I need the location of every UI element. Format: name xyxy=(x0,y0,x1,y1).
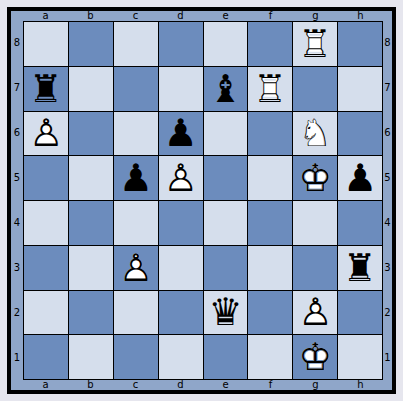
white-rook-piece: ♜♖ xyxy=(293,22,337,66)
square-e3[interactable] xyxy=(204,246,248,290)
file-label-b: b xyxy=(68,380,113,390)
square-g1[interactable]: ♚♔ xyxy=(293,335,337,379)
square-a1[interactable] xyxy=(24,335,68,379)
square-f1[interactable] xyxy=(248,335,292,379)
square-a5[interactable] xyxy=(24,156,68,200)
square-b1[interactable] xyxy=(69,335,113,379)
square-a6[interactable]: ♟♙ xyxy=(24,112,68,156)
black-bishop-piece: ♝ xyxy=(204,67,248,111)
square-a8[interactable] xyxy=(24,22,68,66)
square-c7[interactable] xyxy=(114,67,158,111)
rank-label-1: 1 xyxy=(11,335,23,380)
white-rook-piece: ♜♖ xyxy=(248,67,292,111)
square-f5[interactable] xyxy=(248,156,292,200)
square-g5[interactable]: ♚♔ xyxy=(293,156,337,200)
square-d5[interactable]: ♟♙ xyxy=(159,156,203,200)
white-pawn-piece: ♟♙ xyxy=(114,246,158,290)
square-f7[interactable]: ♜♖ xyxy=(248,67,292,111)
white-knight-piece: ♞♘ xyxy=(293,112,337,156)
square-e2[interactable]: ♛ xyxy=(204,291,248,335)
rank-labels-right: 87654321 xyxy=(383,21,392,380)
square-e5[interactable] xyxy=(204,156,248,200)
square-a7[interactable]: ♜ xyxy=(24,67,68,111)
square-e8[interactable] xyxy=(204,22,248,66)
square-c3[interactable]: ♟♙ xyxy=(114,246,158,290)
square-c5[interactable]: ♟ xyxy=(114,156,158,200)
black-queen-piece: ♛ xyxy=(204,291,248,335)
square-e4[interactable] xyxy=(204,201,248,245)
square-h4[interactable] xyxy=(338,201,382,245)
rank-label-7: 7 xyxy=(383,66,392,111)
file-label-c: c xyxy=(113,11,158,21)
square-a4[interactable] xyxy=(24,201,68,245)
black-rook-piece: ♜ xyxy=(338,246,382,290)
file-label-a: a xyxy=(23,11,68,21)
square-b7[interactable] xyxy=(69,67,113,111)
file-label-a: a xyxy=(23,380,68,390)
rank-label-3: 3 xyxy=(11,245,23,290)
white-king-piece: ♚♔ xyxy=(293,156,337,200)
square-g8[interactable]: ♜♖ xyxy=(293,22,337,66)
file-label-f: f xyxy=(248,11,293,21)
rank-label-7: 7 xyxy=(11,66,23,111)
rank-label-5: 5 xyxy=(383,156,392,201)
square-b2[interactable] xyxy=(69,291,113,335)
square-d1[interactable] xyxy=(159,335,203,379)
square-c2[interactable] xyxy=(114,291,158,335)
square-e6[interactable] xyxy=(204,112,248,156)
black-pawn-piece: ♟ xyxy=(114,156,158,200)
square-b5[interactable] xyxy=(69,156,113,200)
square-d4[interactable] xyxy=(159,201,203,245)
square-d8[interactable] xyxy=(159,22,203,66)
file-label-c: c xyxy=(113,380,158,390)
square-a3[interactable] xyxy=(24,246,68,290)
square-a2[interactable] xyxy=(24,291,68,335)
square-e7[interactable]: ♝ xyxy=(204,67,248,111)
square-h3[interactable]: ♜ xyxy=(338,246,382,290)
square-f3[interactable] xyxy=(248,246,292,290)
rank-label-6: 6 xyxy=(383,111,392,156)
square-h5[interactable]: ♟ xyxy=(338,156,382,200)
rank-label-8: 8 xyxy=(383,21,392,66)
black-pawn-piece: ♟ xyxy=(338,156,382,200)
rank-label-4: 4 xyxy=(11,201,23,246)
rank-label-2: 2 xyxy=(383,290,392,335)
square-d7[interactable] xyxy=(159,67,203,111)
square-g6[interactable]: ♞♘ xyxy=(293,112,337,156)
square-b3[interactable] xyxy=(69,246,113,290)
square-g4[interactable] xyxy=(293,201,337,245)
file-label-d: d xyxy=(158,380,203,390)
square-f2[interactable] xyxy=(248,291,292,335)
rank-label-8: 8 xyxy=(11,21,23,66)
file-label-h: h xyxy=(338,11,383,21)
white-pawn-piece: ♟♙ xyxy=(293,291,337,335)
square-h6[interactable] xyxy=(338,112,382,156)
square-f6[interactable] xyxy=(248,112,292,156)
square-c1[interactable] xyxy=(114,335,158,379)
file-label-g: g xyxy=(293,11,338,21)
square-h8[interactable] xyxy=(338,22,382,66)
file-label-e: e xyxy=(203,380,248,390)
square-f8[interactable] xyxy=(248,22,292,66)
rank-labels-left: 87654321 xyxy=(11,21,23,380)
square-b6[interactable] xyxy=(69,112,113,156)
file-label-g: g xyxy=(293,380,338,390)
rank-label-1: 1 xyxy=(383,335,392,380)
black-rook-piece: ♜ xyxy=(24,67,68,111)
chess-board: ♜♖♜♝♜♖♟♙♟♞♘♟♟♙♚♔♟♟♙♜♛♟♙♚♔ xyxy=(23,21,383,380)
square-c8[interactable] xyxy=(114,22,158,66)
rank-label-3: 3 xyxy=(383,245,392,290)
board-frame: abcdefgh 87654321 ♜♖♜♝♜♖♟♙♟♞♘♟♟♙♚♔♟♟♙♜♛♟… xyxy=(7,7,396,394)
rank-label-4: 4 xyxy=(383,201,392,246)
rank-label-5: 5 xyxy=(11,156,23,201)
file-label-b: b xyxy=(68,11,113,21)
square-h1[interactable] xyxy=(338,335,382,379)
white-pawn-piece: ♟♙ xyxy=(159,156,203,200)
file-label-e: e xyxy=(203,11,248,21)
square-h2[interactable] xyxy=(338,291,382,335)
file-labels-bottom: abcdefgh xyxy=(23,380,383,390)
square-d6[interactable]: ♟ xyxy=(159,112,203,156)
square-b4[interactable] xyxy=(69,201,113,245)
square-g2[interactable]: ♟♙ xyxy=(293,291,337,335)
white-pawn-piece: ♟♙ xyxy=(24,112,68,156)
square-c4[interactable] xyxy=(114,201,158,245)
square-g3[interactable] xyxy=(293,246,337,290)
chess-diagram: abcdefgh 87654321 ♜♖♜♝♜♖♟♙♟♞♘♟♟♙♚♔♟♟♙♜♛♟… xyxy=(0,0,403,401)
square-c6[interactable] xyxy=(114,112,158,156)
square-d2[interactable] xyxy=(159,291,203,335)
white-king-piece: ♚♔ xyxy=(293,335,337,379)
rank-label-2: 2 xyxy=(11,290,23,335)
rank-label-6: 6 xyxy=(11,111,23,156)
file-label-h: h xyxy=(338,380,383,390)
file-labels-top: abcdefgh xyxy=(23,11,383,21)
square-b8[interactable] xyxy=(69,22,113,66)
black-pawn-piece: ♟ xyxy=(159,112,203,156)
file-label-f: f xyxy=(248,380,293,390)
square-d3[interactable] xyxy=(159,246,203,290)
square-f4[interactable] xyxy=(248,201,292,245)
square-g7[interactable] xyxy=(293,67,337,111)
square-e1[interactable] xyxy=(204,335,248,379)
file-label-d: d xyxy=(158,11,203,21)
square-h7[interactable] xyxy=(338,67,382,111)
